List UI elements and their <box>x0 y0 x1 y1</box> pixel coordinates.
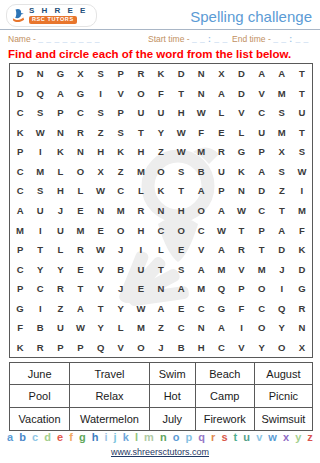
grid-cell-r14c11[interactable]: A <box>211 318 231 338</box>
grid-cell-r6c6[interactable]: Z <box>111 162 131 182</box>
grid-cell-r2c10[interactable]: N <box>191 84 211 104</box>
grid-cell-r7c9[interactable]: T <box>171 181 191 201</box>
grid-cell-r8c13[interactable]: C <box>252 201 272 221</box>
grid-cell-r13c10[interactable]: C <box>191 298 211 318</box>
grid-cell-r12c11[interactable]: Q <box>211 279 231 299</box>
grid-cell-r2c5[interactable]: I <box>91 84 111 104</box>
grid-cell-r12c2[interactable]: C <box>30 279 50 299</box>
grid-cell-r12c10[interactable]: M <box>191 279 211 299</box>
alphabet-letter-x: x <box>283 431 289 443</box>
instruction-text: Find and circle each of the word from th… <box>8 48 291 60</box>
alphabet-letter-j: j <box>114 431 117 443</box>
grid-cell-r7c3[interactable]: H <box>50 181 70 201</box>
grid-cell-r14c12[interactable]: I <box>231 318 251 338</box>
grid-cell-r14c8[interactable]: Z <box>151 318 171 338</box>
grid-cell-r10c4[interactable]: R <box>70 240 90 260</box>
grid-cell-r10c13[interactable]: T <box>252 240 272 260</box>
grid-cell-r9c5[interactable]: E <box>91 220 111 240</box>
meta-row: Name - _ _ _ _ _ _ _ _ Start time - _ _ … <box>0 34 320 47</box>
grid-cell-r11c13[interactable]: M <box>252 259 272 279</box>
grid-cell-r15c13[interactable]: Y <box>252 337 272 357</box>
grid-cell-r15c9[interactable]: B <box>171 337 191 357</box>
grid-cell-r9c14[interactable]: A <box>272 220 292 240</box>
grid-cell-r1c11[interactable]: X <box>211 64 231 84</box>
alphabet-letter-k: k <box>123 431 129 443</box>
grid-cell-r13c3[interactable]: Z <box>50 298 70 318</box>
grid-cell-r7c10[interactable]: A <box>191 181 211 201</box>
grid-cell-r9c4[interactable]: M <box>70 220 90 240</box>
grid-cell-r2c6[interactable]: V <box>111 84 131 104</box>
bird-icon <box>11 8 26 23</box>
grid-cell-r10c10[interactable]: V <box>191 240 211 260</box>
grid-cell-r3c9[interactable]: H <box>171 103 191 123</box>
grid-cell-r1c10[interactable]: N <box>191 64 211 84</box>
grid-cell-r6c13[interactable]: A <box>252 162 272 182</box>
grid-cell-r9c9[interactable]: O <box>171 220 191 240</box>
end-time-label: End time - <box>232 34 271 44</box>
alphabet-letter-g: g <box>79 431 86 443</box>
grid-cell-r8c3[interactable]: J <box>50 201 70 221</box>
grid-cell-r8c7[interactable]: R <box>131 201 151 221</box>
grid-cell-r3c10[interactable]: W <box>191 103 211 123</box>
grid-cell-r6c10[interactable]: B <box>191 162 211 182</box>
grid-cell-r11c8[interactable]: T <box>151 259 171 279</box>
alphabet-letter-e: e <box>57 431 63 443</box>
word-list-item-july: July <box>150 408 196 430</box>
grid-cell-r14c1[interactable]: F <box>10 318 30 338</box>
letter-grid: DNGXSPRKDNXDAATDQAGIVOFTNADVMTCSPCSPUUHW… <box>10 64 312 357</box>
grid-cell-r7c5[interactable]: W <box>91 181 111 201</box>
grid-cell-r3c13[interactable]: C <box>252 103 272 123</box>
grid-cell-r10c11[interactable]: A <box>211 240 231 260</box>
grid-cell-r15c8[interactable]: J <box>151 337 171 357</box>
grid-cell-r4c1[interactable]: K <box>10 123 30 143</box>
grid-cell-r11c5[interactable]: V <box>91 259 111 279</box>
grid-cell-r13c7[interactable]: W <box>131 298 151 318</box>
grid-cell-r11c15[interactable]: D <box>292 259 312 279</box>
grid-cell-r10c7[interactable]: I <box>131 240 151 260</box>
grid-cell-r1c15[interactable]: T <box>292 64 312 84</box>
grid-cell-r2c4[interactable]: G <box>70 84 90 104</box>
grid-cell-r1c3[interactable]: G <box>50 64 70 84</box>
grid-cell-r3c2[interactable]: S <box>30 103 50 123</box>
grid-cell-r13c11[interactable]: G <box>211 298 231 318</box>
grid-cell-r7c7[interactable]: L <box>131 181 151 201</box>
worksheet-page: S H R E E RSC TUTORS Spelling challenge … <box>0 0 320 463</box>
name-label: Name - <box>8 34 36 44</box>
word-list-item-pool: Pool <box>10 385 70 407</box>
grid-cell-r5c9[interactable]: W <box>171 142 191 162</box>
grid-cell-r13c12[interactable]: F <box>231 298 251 318</box>
grid-cell-r1c14[interactable]: A <box>272 64 292 84</box>
grid-cell-r5c4[interactable]: N <box>70 142 90 162</box>
alphabet-letter-r: r <box>211 431 215 443</box>
grid-cell-r4c7[interactable]: T <box>131 123 151 143</box>
grid-cell-r6c7[interactable]: M <box>131 162 151 182</box>
grid-cell-r8c2[interactable]: U <box>30 201 50 221</box>
grid-cell-r9c10[interactable]: C <box>191 220 211 240</box>
grid-cell-r7c13[interactable]: D <box>252 181 272 201</box>
grid-cell-r8c1[interactable]: A <box>10 201 30 221</box>
grid-cell-r5c6[interactable]: K <box>111 142 131 162</box>
grid-cell-r2c7[interactable]: O <box>131 84 151 104</box>
start-time-field: Start time - _ _ : _ _ <box>148 34 228 44</box>
grid-cell-r11c9[interactable]: S <box>171 259 191 279</box>
grid-cell-r6c9[interactable]: S <box>171 162 191 182</box>
grid-cell-r10c6[interactable]: J <box>111 240 131 260</box>
alphabet-letter-d: d <box>44 431 51 443</box>
grid-cell-r5c14[interactable]: X <box>272 142 292 162</box>
grid-cell-r10c8[interactable]: L <box>151 240 171 260</box>
word-list-item-camp: Camp <box>196 385 255 407</box>
grid-cell-r11c6[interactable]: B <box>111 259 131 279</box>
grid-cell-r6c12[interactable]: K <box>231 162 251 182</box>
grid-cell-r10c15[interactable]: K <box>292 240 312 260</box>
grid-cell-r8c15[interactable]: M <box>292 201 312 221</box>
grid-cell-r14c10[interactable]: N <box>191 318 211 338</box>
grid-cell-r4c2[interactable]: W <box>30 123 50 143</box>
grid-cell-r5c15[interactable]: S <box>292 142 312 162</box>
grid-cell-r14c2[interactable]: B <box>30 318 50 338</box>
grid-cell-r9c7[interactable]: H <box>131 220 151 240</box>
alphabet-letter-s: s <box>221 431 227 443</box>
shree-logo: S H R E E RSC TUTORS <box>6 4 97 27</box>
grid-cell-r9c15[interactable]: F <box>292 220 312 240</box>
grid-cell-r10c3[interactable]: L <box>50 240 70 260</box>
grid-cell-r13c2[interactable]: I <box>30 298 50 318</box>
name-blank-input[interactable]: _ _ _ _ _ _ _ _ <box>38 34 100 44</box>
grid-cell-r12c12[interactable]: P <box>231 279 251 299</box>
grid-cell-r5c1[interactable]: P <box>10 142 30 162</box>
grid-cell-r6c8[interactable]: O <box>151 162 171 182</box>
grid-cell-r15c11[interactable]: C <box>211 337 231 357</box>
grid-cell-r12c6[interactable]: J <box>111 279 131 299</box>
name-field: Name - _ _ _ _ _ _ _ _ <box>8 34 100 44</box>
grid-cell-r3c4[interactable]: C <box>70 103 90 123</box>
alphabet-letter-f: f <box>69 431 73 443</box>
grid-cell-r15c1[interactable]: K <box>10 337 30 357</box>
grid-cell-r7c14[interactable]: Z <box>272 181 292 201</box>
grid-cell-r11c14[interactable]: J <box>272 259 292 279</box>
grid-cell-r8c6[interactable]: M <box>111 201 131 221</box>
alphabet-letter-h: h <box>92 431 99 443</box>
grid-cell-r5c5[interactable]: H <box>91 142 111 162</box>
grid-cell-r2c2[interactable]: Q <box>30 84 50 104</box>
grid-cell-r15c15[interactable]: X <box>292 337 312 357</box>
grid-cell-r13c6[interactable]: Y <box>111 298 131 318</box>
grid-cell-r2c11[interactable]: A <box>211 84 231 104</box>
grid-cell-r2c14[interactable]: M <box>272 84 292 104</box>
grid-cell-r10c1[interactable]: P <box>10 240 30 260</box>
word-list-item-swimsuit: Swimsuit <box>255 408 312 430</box>
grid-cell-r14c9[interactable]: C <box>171 318 191 338</box>
grid-cell-r12c4[interactable]: T <box>70 279 90 299</box>
grid-cell-r6c3[interactable]: L <box>50 162 70 182</box>
end-time-blank-input[interactable]: _ _ : _ _ <box>273 34 309 44</box>
alphabet-letter-z: z <box>307 431 313 443</box>
grid-cell-r14c3[interactable]: U <box>50 318 70 338</box>
word-list-item-travel: Travel <box>70 363 150 385</box>
alphabet-letter-c: c <box>32 431 38 443</box>
grid-cell-r5c3[interactable]: K <box>50 142 70 162</box>
logo-text: S H R E E RSC TUTORS <box>29 7 88 24</box>
grid-cell-r12c15[interactable]: G <box>292 279 312 299</box>
grid-cell-r3c6[interactable]: P <box>111 103 131 123</box>
grid-cell-r12c7[interactable]: E <box>131 279 151 299</box>
grid-cell-r3c11[interactable]: L <box>211 103 231 123</box>
grid-cell-r12c13[interactable]: O <box>252 279 272 299</box>
alphabet-letter-o: o <box>173 431 180 443</box>
grid-cell-r9c8[interactable]: C <box>151 220 171 240</box>
grid-cell-r3c15[interactable]: U <box>292 103 312 123</box>
grid-cell-r2c15[interactable]: T <box>292 84 312 104</box>
grid-cell-r9c1[interactable]: M <box>10 220 30 240</box>
grid-cell-r10c9[interactable]: E <box>171 240 191 260</box>
grid-cell-r12c5[interactable]: V <box>91 279 111 299</box>
grid-cell-r8c9[interactable]: H <box>171 201 191 221</box>
grid-cell-r8c8[interactable]: N <box>151 201 171 221</box>
start-time-blank-input[interactable]: _ _ : _ _ <box>192 34 228 44</box>
grid-cell-r14c14[interactable]: Y <box>272 318 292 338</box>
grid-cell-r11c3[interactable]: Y <box>50 259 70 279</box>
grid-cell-r11c1[interactable]: C <box>10 259 30 279</box>
grid-cell-r10c5[interactable]: W <box>91 240 111 260</box>
word-list-item-beach: Beach <box>196 363 255 385</box>
grid-cell-r6c5[interactable]: X <box>91 162 111 182</box>
alphabet-letter-n: n <box>160 431 167 443</box>
grid-cell-r4c10[interactable]: F <box>191 123 211 143</box>
grid-cell-r13c15[interactable]: R <box>292 298 312 318</box>
grid-cell-r10c2[interactable]: T <box>30 240 50 260</box>
grid-cell-r7c12[interactable]: N <box>231 181 251 201</box>
word-list-item-august: August <box>255 363 312 385</box>
grid-cell-r4c11[interactable]: E <box>211 123 231 143</box>
grid-cell-r3c1[interactable]: C <box>10 103 30 123</box>
alphabet-letter-t: t <box>234 431 238 443</box>
alphabet-letter-i: i <box>104 431 107 443</box>
grid-cell-r7c15[interactable]: I <box>292 181 312 201</box>
grid-cell-r3c5[interactable]: S <box>91 103 111 123</box>
logo-line1: S H R E E <box>29 7 88 15</box>
grid-cell-r2c8[interactable]: F <box>151 84 171 104</box>
grid-cell-r2c1[interactable]: D <box>10 84 30 104</box>
grid-cell-r9c12[interactable]: T <box>231 220 251 240</box>
grid-cell-r15c2[interactable]: R <box>30 337 50 357</box>
word-list-item-hot: Hot <box>150 385 196 407</box>
grid-cell-r2c12[interactable]: D <box>231 84 251 104</box>
grid-cell-r4c3[interactable]: N <box>50 123 70 143</box>
grid-cell-r10c14[interactable]: D <box>272 240 292 260</box>
grid-cell-r2c13[interactable]: V <box>252 84 272 104</box>
grid-cell-r5c11[interactable]: R <box>211 142 231 162</box>
alphabet-row: abcdefghijklmnopqrstuvwxyz <box>7 431 313 443</box>
grid-cell-r7c6[interactable]: C <box>111 181 131 201</box>
grid-cell-r4c13[interactable]: U <box>252 123 272 143</box>
grid-cell-r11c10[interactable]: A <box>191 259 211 279</box>
grid-cell-r1c9[interactable]: D <box>171 64 191 84</box>
grid-cell-r2c3[interactable]: A <box>50 84 70 104</box>
grid-cell-r1c2[interactable]: N <box>30 64 50 84</box>
grid-cell-r15c6[interactable]: V <box>111 337 131 357</box>
grid-cell-r4c12[interactable]: L <box>231 123 251 143</box>
grid-cell-r12c9[interactable]: A <box>171 279 191 299</box>
grid-cell-r14c4[interactable]: W <box>70 318 90 338</box>
grid-cell-r11c4[interactable]: E <box>70 259 90 279</box>
website-link[interactable]: www.shreersctutors.com <box>0 447 320 457</box>
grid-cell-r7c2[interactable]: S <box>30 181 50 201</box>
grid-cell-r7c8[interactable]: K <box>151 181 171 201</box>
grid-cell-r9c2[interactable]: I <box>30 220 50 240</box>
grid-cell-r8c4[interactable]: E <box>70 201 90 221</box>
grid-cell-r7c4[interactable]: L <box>70 181 90 201</box>
grid-cell-r15c10[interactable]: H <box>191 337 211 357</box>
grid-cell-r1c7[interactable]: R <box>131 64 151 84</box>
grid-cell-r4c14[interactable]: M <box>272 123 292 143</box>
word-list-item-relax: Relax <box>70 385 150 407</box>
alphabet-letter-m: m <box>144 431 154 443</box>
grid-cell-r6c14[interactable]: S <box>272 162 292 182</box>
grid-cell-r4c8[interactable]: Y <box>151 123 171 143</box>
grid-cell-r12c3[interactable]: R <box>50 279 70 299</box>
grid-cell-r1c12[interactable]: D <box>231 64 251 84</box>
grid-cell-r5c12[interactable]: G <box>231 142 251 162</box>
grid-cell-r3c12[interactable]: V <box>231 103 251 123</box>
grid-cell-r1c5[interactable]: S <box>91 64 111 84</box>
alphabet-letter-v: v <box>256 431 262 443</box>
grid-cell-r13c5[interactable]: T <box>91 298 111 318</box>
grid-cell-r4c5[interactable]: Z <box>91 123 111 143</box>
alphabet-letter-b: b <box>19 431 26 443</box>
grid-cell-r14c6[interactable]: L <box>111 318 131 338</box>
grid-cell-r6c1[interactable]: C <box>10 162 30 182</box>
alphabet-letter-y: y <box>295 431 301 443</box>
grid-cell-r3c7[interactable]: U <box>131 103 151 123</box>
alphabet-letter-w: w <box>268 431 277 443</box>
page-title: Spelling challenge <box>190 8 312 25</box>
grid-cell-r15c5[interactable]: Q <box>91 337 111 357</box>
grid-cell-r1c1[interactable]: D <box>10 64 30 84</box>
grid-cell-r11c12[interactable]: V <box>231 259 251 279</box>
alphabet-letter-p: p <box>185 431 192 443</box>
start-time-label: Start time - <box>148 34 190 44</box>
grid-cell-r3c8[interactable]: U <box>151 103 171 123</box>
grid-cell-r6c15[interactable]: W <box>292 162 312 182</box>
grid-cell-r4c4[interactable]: R <box>70 123 90 143</box>
grid-cell-r14c7[interactable]: M <box>131 318 151 338</box>
alphabet-letter-q: q <box>198 431 205 443</box>
grid-cell-r2c9[interactable]: T <box>171 84 191 104</box>
word-search-board: DNGXSPRKDNXDAATDQAGIVOFTNADVMTCSPCSPUUHW… <box>9 63 313 358</box>
grid-cell-r4c6[interactable]: S <box>111 123 131 143</box>
grid-cell-r9c6[interactable]: O <box>111 220 131 240</box>
alphabet-letter-a: a <box>7 431 13 443</box>
word-list-item-picnic: Picnic <box>255 385 312 407</box>
grid-cell-r13c1[interactable]: G <box>10 298 30 318</box>
grid-cell-r9c3[interactable]: U <box>50 220 70 240</box>
grid-cell-r15c7[interactable]: O <box>131 337 151 357</box>
grid-cell-r11c7[interactable]: U <box>131 259 151 279</box>
logo-line2: RSC TUTORS <box>29 16 77 24</box>
grid-cell-r14c5[interactable]: Y <box>91 318 111 338</box>
grid-cell-r3c3[interactable]: P <box>50 103 70 123</box>
grid-cell-r5c10[interactable]: M <box>191 142 211 162</box>
grid-cell-r8c10[interactable]: O <box>191 201 211 221</box>
grid-cell-r15c12[interactable]: V <box>231 337 251 357</box>
word-list-item-swim: Swim <box>150 363 196 385</box>
grid-cell-r13c14[interactable]: Q <box>272 298 292 318</box>
grid-cell-r5c7[interactable]: H <box>131 142 151 162</box>
grid-cell-r15c3[interactable]: P <box>50 337 70 357</box>
grid-cell-r1c8[interactable]: K <box>151 64 171 84</box>
grid-cell-r13c8[interactable]: A <box>151 298 171 318</box>
grid-cell-r8c12[interactable]: W <box>231 201 251 221</box>
grid-cell-r8c14[interactable]: T <box>272 201 292 221</box>
grid-cell-r4c9[interactable]: W <box>171 123 191 143</box>
word-list-item-watermelon: Watermelon <box>70 408 150 430</box>
grid-cell-r3c14[interactable]: S <box>272 103 292 123</box>
grid-cell-r1c13[interactable]: A <box>252 64 272 84</box>
word-list-item-june: June <box>10 363 70 385</box>
grid-cell-r13c4[interactable]: A <box>70 298 90 318</box>
grid-cell-r11c11[interactable]: M <box>211 259 231 279</box>
grid-cell-r5c13[interactable]: P <box>252 142 272 162</box>
header: S H R E E RSC TUTORS Spelling challenge <box>0 0 320 29</box>
grid-cell-r10c12[interactable]: R <box>231 240 251 260</box>
grid-cell-r8c11[interactable]: A <box>211 201 231 221</box>
grid-cell-r1c4[interactable]: X <box>70 64 90 84</box>
grid-cell-r8c5[interactable]: N <box>91 201 111 221</box>
grid-cell-r14c13[interactable]: O <box>252 318 272 338</box>
grid-cell-r12c8[interactable]: N <box>151 279 171 299</box>
end-time-field: End time - _ _ : _ _ <box>232 34 309 44</box>
grid-cell-r7c11[interactable]: P <box>211 181 231 201</box>
grid-cell-r9c11[interactable]: W <box>211 220 231 240</box>
grid-cell-r12c1[interactable]: P <box>10 279 30 299</box>
grid-cell-r9c13[interactable]: P <box>252 220 272 240</box>
grid-cell-r11c2[interactable]: Y <box>30 259 50 279</box>
word-list: JuneTravelSwimBeachAugustPoolRelaxHotCam… <box>9 362 313 431</box>
grid-cell-r14c15[interactable]: N <box>292 318 312 338</box>
grid-cell-r6c4[interactable]: O <box>70 162 90 182</box>
grid-cell-r7c1[interactable]: C <box>10 181 30 201</box>
alphabet-letter-l: l <box>135 431 138 443</box>
word-list-item-vacation: Vacation <box>10 408 70 430</box>
header-divider <box>0 29 320 30</box>
grid-cell-r5c2[interactable]: I <box>30 142 50 162</box>
grid-cell-r1c6[interactable]: P <box>111 64 131 84</box>
grid-cell-r13c13[interactable]: C <box>252 298 272 318</box>
grid-cell-r4c15[interactable]: T <box>292 123 312 143</box>
grid-cell-r13c9[interactable]: E <box>171 298 191 318</box>
grid-cell-r12c14[interactable]: I <box>272 279 292 299</box>
alphabet-letter-u: u <box>243 431 250 443</box>
grid-cell-r6c11[interactable]: U <box>211 162 231 182</box>
word-list-item-firework: Firework <box>196 408 255 430</box>
grid-cell-r5c8[interactable]: Z <box>151 142 171 162</box>
grid-cell-r15c14[interactable]: O <box>272 337 292 357</box>
grid-cell-r15c4[interactable]: P <box>70 337 90 357</box>
grid-cell-r6c2[interactable]: M <box>30 162 50 182</box>
